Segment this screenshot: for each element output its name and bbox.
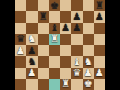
square-h3[interactable] xyxy=(94,56,105,67)
square-c1[interactable] xyxy=(38,79,49,90)
square-b7[interactable] xyxy=(26,11,37,22)
square-b8[interactable] xyxy=(26,0,37,11)
square-e5[interactable] xyxy=(60,34,71,45)
square-c2[interactable] xyxy=(38,68,49,79)
square-e7[interactable] xyxy=(60,11,71,22)
piece-black-king-d8[interactable]: ♚ xyxy=(50,0,59,10)
square-e4[interactable] xyxy=(60,45,71,56)
square-g6[interactable] xyxy=(83,23,94,34)
square-b4[interactable]: ♟ xyxy=(26,45,37,56)
piece-white-knight-b5[interactable]: ♞ xyxy=(27,34,36,44)
piece-white-queen-f2[interactable]: ♛ xyxy=(72,68,81,78)
square-d7[interactable] xyxy=(49,11,60,22)
square-a4[interactable]: ♟ xyxy=(15,45,26,56)
square-a5[interactable]: ♛ xyxy=(15,34,26,45)
square-b3[interactable]: ♞ xyxy=(26,56,37,67)
square-g8[interactable] xyxy=(83,0,94,11)
piece-black-pawn-e6[interactable]: ♟ xyxy=(61,23,70,33)
square-c3[interactable] xyxy=(38,56,49,67)
square-c7[interactable]: ♜ xyxy=(38,11,49,22)
square-e8[interactable] xyxy=(60,0,71,11)
square-c4[interactable] xyxy=(38,45,49,56)
square-e2[interactable] xyxy=(60,68,71,79)
square-f4[interactable] xyxy=(71,45,82,56)
square-f6[interactable]: ♟ xyxy=(71,23,82,34)
chessboard: ♚♜♜♟♟♝♟♟♛♞♜♟♟♞♝♞♟♛♟♟♜♚ xyxy=(15,0,105,90)
square-e3[interactable] xyxy=(60,56,71,67)
piece-white-king-g1[interactable]: ♚ xyxy=(84,79,93,89)
square-d2[interactable] xyxy=(49,68,60,79)
square-c8[interactable] xyxy=(38,0,49,11)
square-h1[interactable] xyxy=(94,79,105,90)
piece-black-rook-c7[interactable]: ♜ xyxy=(39,11,48,21)
square-g3[interactable]: ♞ xyxy=(83,56,94,67)
piece-white-pawn-h2[interactable]: ♟ xyxy=(95,68,104,78)
square-g5[interactable] xyxy=(83,34,94,45)
square-a1[interactable] xyxy=(15,79,26,90)
square-d5[interactable]: ♜ xyxy=(49,34,60,45)
piece-white-rook-d5[interactable]: ♜ xyxy=(50,34,59,44)
square-h2[interactable]: ♟ xyxy=(94,68,105,79)
square-f2[interactable]: ♛ xyxy=(71,68,82,79)
piece-black-pawn-f7[interactable]: ♟ xyxy=(72,11,81,21)
square-d4[interactable] xyxy=(49,45,60,56)
square-a3[interactable] xyxy=(15,56,26,67)
square-b5[interactable]: ♞ xyxy=(26,34,37,45)
piece-black-pawn-f6[interactable]: ♟ xyxy=(72,23,81,33)
square-b2[interactable]: ♟ xyxy=(26,68,37,79)
square-d6[interactable]: ♝ xyxy=(49,23,60,34)
square-h7[interactable]: ♟ xyxy=(94,11,105,22)
square-d8[interactable]: ♚ xyxy=(49,0,60,11)
square-h8[interactable]: ♜ xyxy=(94,0,105,11)
piece-black-rook-h8[interactable]: ♜ xyxy=(95,0,104,10)
piece-white-rook-e1[interactable]: ♜ xyxy=(61,79,70,89)
square-e6[interactable]: ♟ xyxy=(60,23,71,34)
square-a8[interactable] xyxy=(15,0,26,11)
square-a6[interactable] xyxy=(15,23,26,34)
square-a7[interactable] xyxy=(15,11,26,22)
piece-white-pawn-g2[interactable]: ♟ xyxy=(84,68,93,78)
piece-black-pawn-h7[interactable]: ♟ xyxy=(95,11,104,21)
square-b6[interactable] xyxy=(26,23,37,34)
square-b1[interactable] xyxy=(26,79,37,90)
square-d1[interactable] xyxy=(49,79,60,90)
piece-black-queen-a5[interactable]: ♛ xyxy=(16,34,25,44)
square-e1[interactable]: ♜ xyxy=(60,79,71,90)
square-g1[interactable]: ♚ xyxy=(83,79,94,90)
square-f8[interactable] xyxy=(71,0,82,11)
square-g7[interactable] xyxy=(83,11,94,22)
square-g2[interactable]: ♟ xyxy=(83,68,94,79)
square-c5[interactable] xyxy=(38,34,49,45)
piece-black-bishop-d6[interactable]: ♝ xyxy=(50,23,59,33)
piece-white-pawn-a4[interactable]: ♟ xyxy=(16,45,25,55)
square-c6[interactable] xyxy=(38,23,49,34)
piece-black-pawn-b4[interactable]: ♟ xyxy=(27,45,36,55)
piece-white-bishop-f3[interactable]: ♝ xyxy=(72,56,81,66)
square-d3[interactable] xyxy=(49,56,60,67)
square-f3[interactable]: ♝ xyxy=(71,56,82,67)
square-h6[interactable] xyxy=(94,23,105,34)
square-f7[interactable]: ♟ xyxy=(71,11,82,22)
piece-white-pawn-b2[interactable]: ♟ xyxy=(27,68,36,78)
piece-black-knight-b3[interactable]: ♞ xyxy=(27,56,36,66)
square-h4[interactable] xyxy=(94,45,105,56)
square-h5[interactable] xyxy=(94,34,105,45)
square-f1[interactable] xyxy=(71,79,82,90)
square-a2[interactable] xyxy=(15,68,26,79)
square-g4[interactable] xyxy=(83,45,94,56)
square-f5[interactable] xyxy=(71,34,82,45)
piece-white-knight-g3[interactable]: ♞ xyxy=(84,56,93,66)
